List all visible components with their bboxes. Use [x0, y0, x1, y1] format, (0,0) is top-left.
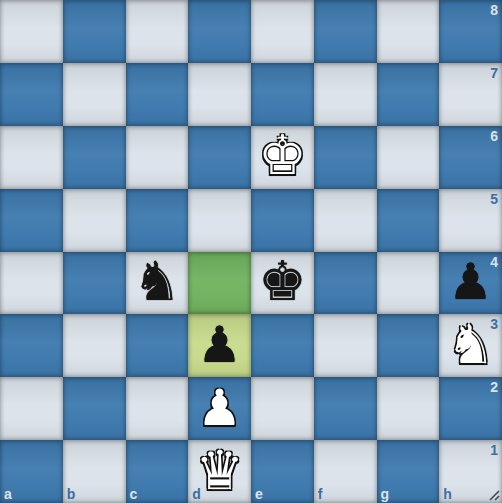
file-label-b: b	[67, 487, 76, 501]
square-c8[interactable]	[126, 0, 189, 63]
square-g5[interactable]	[377, 189, 440, 252]
square-g7[interactable]	[377, 63, 440, 126]
square-b1[interactable]: b	[63, 440, 126, 503]
square-d8[interactable]	[188, 0, 251, 63]
file-label-g: g	[381, 487, 390, 501]
square-g6[interactable]	[377, 126, 440, 189]
square-e7[interactable]	[251, 63, 314, 126]
resize-grip-icon[interactable]	[487, 488, 501, 502]
white-king[interactable]: ♚	[258, 129, 306, 183]
square-h4[interactable]: ♟4	[439, 252, 502, 315]
square-e5[interactable]	[251, 189, 314, 252]
square-f7[interactable]	[314, 63, 377, 126]
square-f4[interactable]	[314, 252, 377, 315]
square-d4[interactable]	[188, 252, 251, 315]
square-d6[interactable]	[188, 126, 251, 189]
square-a8[interactable]	[0, 0, 63, 63]
square-h3[interactable]: ♞3	[439, 314, 502, 377]
square-b7[interactable]	[63, 63, 126, 126]
square-g4[interactable]	[377, 252, 440, 315]
square-h5[interactable]: 5	[439, 189, 502, 252]
square-a7[interactable]	[0, 63, 63, 126]
rank-label-8: 8	[490, 3, 498, 17]
square-a3[interactable]	[0, 314, 63, 377]
rank-label-2: 2	[490, 380, 498, 394]
square-h7[interactable]: 7	[439, 63, 502, 126]
square-a5[interactable]	[0, 189, 63, 252]
file-label-e: e	[255, 487, 263, 501]
white-queen[interactable]: ♛	[195, 444, 243, 498]
square-e3[interactable]	[251, 314, 314, 377]
square-b2[interactable]	[63, 377, 126, 440]
square-a1[interactable]: a	[0, 440, 63, 503]
file-label-c: c	[130, 487, 138, 501]
square-f1[interactable]: f	[314, 440, 377, 503]
square-a6[interactable]	[0, 126, 63, 189]
square-c3[interactable]	[126, 314, 189, 377]
square-f8[interactable]	[314, 0, 377, 63]
white-knight[interactable]: ♞	[446, 318, 494, 372]
file-label-h: h	[443, 487, 452, 501]
square-c4[interactable]: ♞	[126, 252, 189, 315]
square-h2[interactable]: 2	[439, 377, 502, 440]
square-e2[interactable]	[251, 377, 314, 440]
square-f3[interactable]	[314, 314, 377, 377]
rank-label-1: 1	[490, 443, 498, 457]
square-h6[interactable]: 6	[439, 126, 502, 189]
square-b3[interactable]	[63, 314, 126, 377]
square-c1[interactable]: c	[126, 440, 189, 503]
square-d1[interactable]: ♛d	[188, 440, 251, 503]
square-b8[interactable]	[63, 0, 126, 63]
square-g3[interactable]	[377, 314, 440, 377]
white-pawn[interactable]: ♟	[197, 383, 242, 433]
square-f2[interactable]	[314, 377, 377, 440]
square-a4[interactable]	[0, 252, 63, 315]
square-a2[interactable]	[0, 377, 63, 440]
square-c7[interactable]	[126, 63, 189, 126]
square-g2[interactable]	[377, 377, 440, 440]
rank-label-7: 7	[490, 66, 498, 80]
black-knight[interactable]: ♞	[133, 255, 181, 309]
rank-label-5: 5	[490, 192, 498, 206]
square-g1[interactable]: g	[377, 440, 440, 503]
square-e6[interactable]: ♚	[251, 126, 314, 189]
black-pawn[interactable]: ♟	[197, 320, 242, 370]
square-e4[interactable]: ♚	[251, 252, 314, 315]
chess-board: 87♚65♞♚♟4♟♞3♟2abc♛defgh1	[0, 0, 502, 503]
square-g8[interactable]	[377, 0, 440, 63]
file-label-f: f	[318, 487, 323, 501]
square-c2[interactable]	[126, 377, 189, 440]
square-d2[interactable]: ♟	[188, 377, 251, 440]
square-b4[interactable]	[63, 252, 126, 315]
square-h8[interactable]: 8	[439, 0, 502, 63]
square-f5[interactable]	[314, 189, 377, 252]
square-e8[interactable]	[251, 0, 314, 63]
square-f6[interactable]	[314, 126, 377, 189]
square-e1[interactable]: e	[251, 440, 314, 503]
square-c5[interactable]	[126, 189, 189, 252]
square-b5[interactable]	[63, 189, 126, 252]
square-h1[interactable]: h1	[439, 440, 502, 503]
square-b6[interactable]	[63, 126, 126, 189]
file-label-a: a	[4, 487, 12, 501]
black-pawn[interactable]: ♟	[448, 257, 493, 307]
square-d5[interactable]	[188, 189, 251, 252]
square-c6[interactable]	[126, 126, 189, 189]
rank-label-6: 6	[490, 129, 498, 143]
square-d3[interactable]: ♟	[188, 314, 251, 377]
square-d7[interactable]	[188, 63, 251, 126]
black-king[interactable]: ♚	[258, 255, 306, 309]
